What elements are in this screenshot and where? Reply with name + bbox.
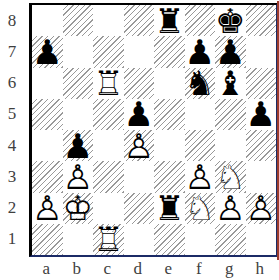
square-a5[interactable] [32, 99, 63, 130]
white-pawn-piece[interactable]: ♟♙ [215, 193, 246, 224]
black-pawn-piece[interactable]: ♟ [32, 36, 63, 67]
square-b2[interactable]: ♚♔ [63, 193, 94, 224]
square-c4[interactable] [93, 130, 124, 161]
square-d4[interactable]: ♟♙ [124, 130, 155, 161]
rank-label-5: 5 [0, 99, 24, 130]
chess-board: ♜♚♟♟♟♜♖♞♝♟♟♟♟♙♟♙♟♙♞♘♟♙♚♔♜♞♘♟♙♟♙♜♖ [29, 3, 278, 257]
black-bishop-piece[interactable]: ♝ [215, 68, 246, 99]
rank-label-3: 3 [0, 161, 24, 192]
square-f1[interactable] [185, 224, 216, 255]
white-piece-outline: ♔ [63, 191, 93, 225]
square-f2[interactable]: ♞♘ [185, 193, 216, 224]
file-label-b: b [62, 258, 93, 280]
square-e8[interactable]: ♜ [154, 5, 185, 36]
rank-label-1: 1 [0, 224, 24, 255]
white-rook-piece[interactable]: ♜♖ [93, 224, 124, 255]
square-h4[interactable] [246, 130, 277, 161]
square-a2[interactable]: ♟♙ [32, 193, 63, 224]
square-e2[interactable]: ♜ [154, 193, 185, 224]
black-rook-piece[interactable]: ♜ [154, 5, 185, 36]
white-piece-outline: ♙ [215, 191, 245, 225]
square-d3[interactable] [124, 161, 155, 192]
rank-label-6: 6 [0, 68, 24, 99]
square-b7[interactable] [63, 36, 94, 67]
square-c6[interactable]: ♜♖ [93, 68, 124, 99]
square-a7[interactable]: ♟ [32, 36, 63, 67]
white-piece-outline: ♙ [124, 129, 154, 163]
file-label-h: h [245, 258, 276, 280]
board-edge-accent [277, 1, 279, 260]
white-knight-piece[interactable]: ♞♘ [185, 193, 216, 224]
white-piece-outline: ♙ [246, 191, 276, 225]
square-e6[interactable] [154, 68, 185, 99]
file-labels: a b c d e f g h [31, 258, 275, 280]
square-h5[interactable]: ♟ [246, 99, 277, 130]
square-h2[interactable]: ♟♙ [246, 193, 277, 224]
square-d8[interactable] [124, 5, 155, 36]
rank-label-7: 7 [0, 36, 24, 67]
square-h7[interactable] [246, 36, 277, 67]
square-h1[interactable] [246, 224, 277, 255]
square-g5[interactable] [215, 99, 246, 130]
rank-label-4: 4 [0, 130, 24, 161]
rank-label-2: 2 [0, 193, 24, 224]
square-e1[interactable] [154, 224, 185, 255]
rank-labels: 8 7 6 5 4 3 2 1 [0, 5, 24, 255]
white-piece-outline: ♙ [32, 191, 62, 225]
white-king-piece[interactable]: ♚♔ [63, 193, 94, 224]
square-b8[interactable] [63, 5, 94, 36]
square-f6[interactable]: ♞ [185, 68, 216, 99]
square-f5[interactable] [185, 99, 216, 130]
white-piece-outline: ♖ [93, 222, 123, 256]
white-piece-outline: ♖ [93, 66, 123, 100]
square-g2[interactable]: ♟♙ [215, 193, 246, 224]
square-h8[interactable] [246, 5, 277, 36]
file-label-f: f [184, 258, 215, 280]
square-c3[interactable] [93, 161, 124, 192]
white-rook-piece[interactable]: ♜♖ [93, 68, 124, 99]
square-c1[interactable]: ♜♖ [93, 224, 124, 255]
white-piece-outline: ♘ [185, 191, 215, 225]
square-e7[interactable] [154, 36, 185, 67]
black-knight-piece[interactable]: ♞ [185, 68, 216, 99]
square-a6[interactable] [32, 68, 63, 99]
square-e4[interactable] [154, 130, 185, 161]
square-d7[interactable] [124, 36, 155, 67]
square-b1[interactable] [63, 224, 94, 255]
square-b6[interactable] [63, 68, 94, 99]
square-c5[interactable] [93, 99, 124, 130]
file-label-e: e [153, 258, 184, 280]
black-rook-piece[interactable]: ♜ [154, 193, 185, 224]
rank-label-8: 8 [0, 5, 24, 36]
white-pawn-piece[interactable]: ♟♙ [32, 193, 63, 224]
square-g6[interactable]: ♝ [215, 68, 246, 99]
square-c8[interactable] [93, 5, 124, 36]
white-pawn-piece[interactable]: ♟♙ [124, 130, 155, 161]
chess-diagram: 8 7 6 5 4 3 2 1 ♜♚♟♟♟♜♖♞♝♟♟♟♟♙♟♙♟♙♞♘♟♙♚♔… [0, 0, 279, 280]
square-e5[interactable] [154, 99, 185, 130]
square-d1[interactable] [124, 224, 155, 255]
file-label-d: d [123, 258, 154, 280]
file-label-g: g [214, 258, 245, 280]
file-label-c: c [92, 258, 123, 280]
square-g1[interactable] [215, 224, 246, 255]
white-pawn-piece[interactable]: ♟♙ [246, 193, 277, 224]
square-d2[interactable] [124, 193, 155, 224]
square-a4[interactable] [32, 130, 63, 161]
square-a1[interactable] [32, 224, 63, 255]
black-pawn-piece[interactable]: ♟ [246, 99, 277, 130]
file-label-a: a [31, 258, 62, 280]
